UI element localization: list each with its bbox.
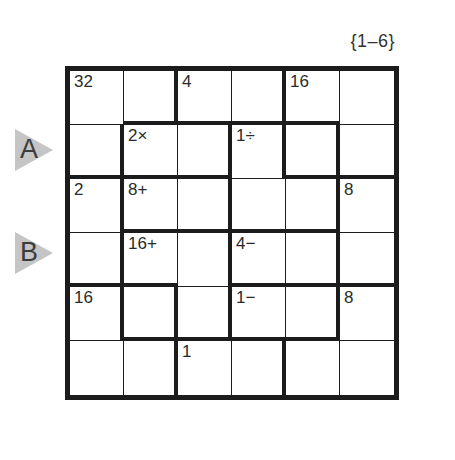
cell-r6c2[interactable] [124,341,178,395]
row-marker-b: B [15,232,53,274]
cell-r6c1[interactable] [70,341,124,395]
puzzle-page: {1–6} A B 324162×1÷28+816+4−161−81 [0,0,455,460]
cage-clue-b: 4 [182,72,191,92]
cell-r3c5[interactable] [286,179,340,233]
cell-r5c2[interactable] [124,287,178,341]
cell-r3c3[interactable] [178,179,232,233]
puzzle-grid: 324162×1÷28+816+4−161−81 [65,66,399,400]
cell-r4c4[interactable]: 4− [232,233,286,287]
cage-clue-h: 8+ [128,180,147,200]
cell-r4c5[interactable] [286,233,340,287]
cell-r5c4[interactable]: 1− [232,287,286,341]
cage-clue-e: 1÷ [236,126,255,146]
cell-r2c6[interactable] [340,125,394,179]
cell-r2c4[interactable]: 1÷ [232,125,286,179]
cell-r4c3[interactable] [178,233,232,287]
row-marker-a: A [15,129,53,171]
cell-r4c6[interactable] [340,233,394,287]
row-marker-b-label: B [20,239,38,266]
cage-clue-o: 8 [344,288,353,308]
cell-r3c2[interactable]: 8+ [124,179,178,233]
cage-clue-g: 2 [74,180,83,200]
cell-r4c2[interactable]: 16+ [124,233,178,287]
cage-clue-l: 16 [74,288,93,308]
cage-clue-d: 2× [128,126,147,146]
cell-r2c1[interactable] [70,125,124,179]
cage-clue-p: 1 [182,342,191,362]
row-marker-a-label: A [20,136,38,163]
cage-clue-a: 32 [74,72,93,92]
cell-r5c5[interactable] [286,287,340,341]
cage-clue-j: 16+ [128,234,157,254]
cell-r6c3[interactable]: 1 [178,341,232,395]
cage-clue-n: 1− [236,288,255,308]
cell-r3c4[interactable] [232,179,286,233]
cell-r6c6[interactable] [340,341,394,395]
cell-r2c5[interactable] [286,125,340,179]
value-range-label: {1–6} [65,31,395,52]
cell-r5c6[interactable]: 8 [340,287,394,341]
cell-r3c6[interactable]: 8 [340,179,394,233]
cell-r5c3[interactable] [178,287,232,341]
cell-r1c1[interactable]: 32 [70,71,124,125]
cell-r6c4[interactable] [232,341,286,395]
cell-r6c5[interactable] [286,341,340,395]
cell-r1c3[interactable]: 4 [178,71,232,125]
cell-r1c4[interactable] [232,71,286,125]
cell-r4c1[interactable] [70,233,124,287]
cage-clue-i: 8 [344,180,353,200]
cell-r2c2[interactable]: 2× [124,125,178,179]
cell-r3c1[interactable]: 2 [70,179,124,233]
cage-clue-k: 4− [236,234,255,254]
cell-r1c2[interactable] [124,71,178,125]
cage-clue-c: 16 [290,72,309,92]
cell-r1c6[interactable] [340,71,394,125]
cell-r2c3[interactable] [178,125,232,179]
cell-r1c5[interactable]: 16 [286,71,340,125]
cell-r5c1[interactable]: 16 [70,287,124,341]
